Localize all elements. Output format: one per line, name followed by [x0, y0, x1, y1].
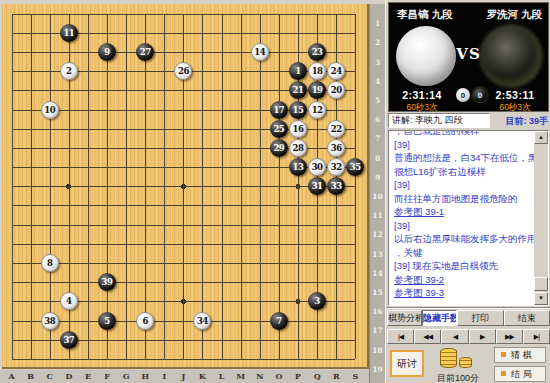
intersection-B4[interactable]	[21, 62, 40, 81]
intersection-F16[interactable]	[97, 292, 116, 311]
intersection-S18[interactable]	[346, 330, 365, 349]
intersection-K15[interactable]	[193, 273, 212, 292]
intersection-H3[interactable]: 27	[136, 42, 155, 61]
intersection-Q1[interactable]	[308, 4, 327, 23]
intersection-L10[interactable]	[212, 177, 231, 196]
intersection-A12[interactable]	[2, 215, 21, 234]
intersection-Q15[interactable]	[308, 273, 327, 292]
intersection-N11[interactable]	[250, 196, 269, 215]
scrollbar-thumb[interactable]	[534, 277, 548, 291]
intersection-O7[interactable]: 25	[269, 119, 288, 138]
intersection-L9[interactable]	[212, 158, 231, 177]
intersection-O14[interactable]	[269, 253, 288, 272]
intersection-L8[interactable]	[212, 138, 231, 157]
intersection-Q16[interactable]: 3	[308, 292, 327, 311]
intersection-P15[interactable]	[288, 273, 307, 292]
intersection-G4[interactable]	[117, 62, 136, 81]
intersection-N6[interactable]	[250, 100, 269, 119]
intersection-M14[interactable]	[231, 253, 250, 272]
intersection-E3[interactable]	[78, 42, 97, 61]
intersection-C11[interactable]	[40, 196, 59, 215]
intersection-E1[interactable]	[78, 4, 97, 23]
nav-fast-back-button[interactable]: ◀◀	[414, 329, 441, 344]
intersection-D13[interactable]	[59, 234, 78, 253]
intersection-M11[interactable]	[231, 196, 250, 215]
intersection-B8[interactable]	[21, 138, 40, 157]
intersection-O19[interactable]	[269, 349, 288, 368]
intersection-L6[interactable]	[212, 100, 231, 119]
intersection-O6[interactable]: 17	[269, 100, 288, 119]
intersection-L15[interactable]	[212, 273, 231, 292]
intersection-P14[interactable]	[288, 253, 307, 272]
intersection-Q13[interactable]	[308, 234, 327, 253]
intersection-D16[interactable]: 4	[59, 292, 78, 311]
intersection-N18[interactable]	[250, 330, 269, 349]
intersection-S17[interactable]	[346, 311, 365, 330]
intersection-H7[interactable]	[136, 119, 155, 138]
intersection-N14[interactable]	[250, 253, 269, 272]
intersection-K12[interactable]	[193, 215, 212, 234]
intersection-E9[interactable]	[78, 158, 97, 177]
intersection-F1[interactable]	[97, 4, 116, 23]
intersection-J14[interactable]	[174, 253, 193, 272]
intersection-I6[interactable]	[155, 100, 174, 119]
intersection-K7[interactable]	[193, 119, 212, 138]
intersection-N15[interactable]	[250, 273, 269, 292]
intersection-I5[interactable]	[155, 81, 174, 100]
intersection-L11[interactable]	[212, 196, 231, 215]
intersection-B19[interactable]	[21, 349, 40, 368]
intersection-P17[interactable]	[288, 311, 307, 330]
intersection-C2[interactable]	[40, 23, 59, 42]
intersection-F3[interactable]: 9	[97, 42, 116, 61]
intersection-C5[interactable]	[40, 81, 59, 100]
intersection-L13[interactable]	[212, 234, 231, 253]
intersection-I13[interactable]	[155, 234, 174, 253]
intersection-C12[interactable]	[40, 215, 59, 234]
nav-first-button[interactable]: |◀	[387, 329, 414, 344]
intersection-R6[interactable]	[327, 100, 346, 119]
intersection-O10[interactable]	[269, 177, 288, 196]
intersection-G16[interactable]	[117, 292, 136, 311]
intersection-M9[interactable]	[231, 158, 250, 177]
intersection-B9[interactable]	[21, 158, 40, 177]
intersection-L4[interactable]	[212, 62, 231, 81]
intersection-P11[interactable]	[288, 196, 307, 215]
intersection-K9[interactable]	[193, 158, 212, 177]
intersection-M3[interactable]	[231, 42, 250, 61]
intersection-F10[interactable]	[97, 177, 116, 196]
intersection-Q18[interactable]	[308, 330, 327, 349]
intersection-D2[interactable]: 11	[59, 23, 78, 42]
intersection-K3[interactable]	[193, 42, 212, 61]
intersection-H15[interactable]	[136, 273, 155, 292]
intersection-S8[interactable]	[346, 138, 365, 157]
scroll-down-button[interactable]: ▼	[534, 292, 548, 305]
intersection-F15[interactable]: 39	[97, 273, 116, 292]
intersection-R12[interactable]	[327, 215, 346, 234]
intersection-C16[interactable]	[40, 292, 59, 311]
intersection-S6[interactable]	[346, 100, 365, 119]
intersection-P16[interactable]	[288, 292, 307, 311]
intersection-B10[interactable]	[21, 177, 40, 196]
nav-back-button[interactable]: ◀	[441, 329, 468, 344]
intersection-C10[interactable]	[40, 177, 59, 196]
intersection-F14[interactable]	[97, 253, 116, 272]
intersection-K14[interactable]	[193, 253, 212, 272]
intersection-E10[interactable]	[78, 177, 97, 196]
intersection-M1[interactable]	[231, 4, 250, 23]
go-board[interactable]: 1192714232261182421192010171512251622292…	[2, 4, 365, 369]
intersection-I17[interactable]	[155, 311, 174, 330]
intersection-Q2[interactable]	[308, 23, 327, 42]
intersection-G8[interactable]	[117, 138, 136, 157]
intersection-Q12[interactable]	[308, 215, 327, 234]
intersection-M4[interactable]	[231, 62, 250, 81]
intersection-C17[interactable]: 38	[40, 311, 59, 330]
intersection-A17[interactable]	[2, 311, 21, 330]
intersection-S15[interactable]	[346, 273, 365, 292]
intersection-H16[interactable]	[136, 292, 155, 311]
intersection-E11[interactable]	[78, 196, 97, 215]
intersection-O3[interactable]	[269, 42, 288, 61]
intersection-M2[interactable]	[231, 23, 250, 42]
intersection-C9[interactable]	[40, 158, 59, 177]
intersection-A18[interactable]	[2, 330, 21, 349]
intersection-M19[interactable]	[231, 349, 250, 368]
intersection-E15[interactable]	[78, 273, 97, 292]
intersection-E14[interactable]	[78, 253, 97, 272]
intersection-L3[interactable]	[212, 42, 231, 61]
intersection-Q14[interactable]	[308, 253, 327, 272]
intersection-Q19[interactable]	[308, 349, 327, 368]
intersection-O18[interactable]	[269, 330, 288, 349]
intersection-J3[interactable]	[174, 42, 193, 61]
intersection-C6[interactable]: 10	[40, 100, 59, 119]
intersection-C4[interactable]	[40, 62, 59, 81]
intersection-K11[interactable]	[193, 196, 212, 215]
intersection-G19[interactable]	[117, 349, 136, 368]
intersection-I15[interactable]	[155, 273, 174, 292]
intersection-F2[interactable]	[97, 23, 116, 42]
intersection-K6[interactable]	[193, 100, 212, 119]
intersection-L5[interactable]	[212, 81, 231, 100]
intersection-I14[interactable]	[155, 253, 174, 272]
intersection-B11[interactable]	[21, 196, 40, 215]
intersection-S19[interactable]	[346, 349, 365, 368]
intersection-J15[interactable]	[174, 273, 193, 292]
intersection-J2[interactable]	[174, 23, 193, 42]
intersection-F19[interactable]	[97, 349, 116, 368]
intersection-J11[interactable]	[174, 196, 193, 215]
intersection-G15[interactable]	[117, 273, 136, 292]
intersection-M7[interactable]	[231, 119, 250, 138]
intersection-B16[interactable]	[21, 292, 40, 311]
intersection-N4[interactable]	[250, 62, 269, 81]
intersection-E4[interactable]	[78, 62, 97, 81]
intersection-M16[interactable]	[231, 292, 250, 311]
intersection-Q6[interactable]: 12	[308, 100, 327, 119]
intersection-G11[interactable]	[117, 196, 136, 215]
intersection-R1[interactable]	[327, 4, 346, 23]
intersection-P12[interactable]	[288, 215, 307, 234]
analysis-button[interactable]: 棋势分析	[387, 310, 422, 326]
intersection-R10[interactable]: 33	[327, 177, 346, 196]
intersection-S2[interactable]	[346, 23, 365, 42]
intersection-B1[interactable]	[21, 4, 40, 23]
intersection-A5[interactable]	[2, 81, 21, 100]
intersection-F8[interactable]	[97, 138, 116, 157]
intersection-M13[interactable]	[231, 234, 250, 253]
intersection-E8[interactable]	[78, 138, 97, 157]
intersection-E6[interactable]	[78, 100, 97, 119]
intersection-C14[interactable]: 8	[40, 253, 59, 272]
print-button[interactable]: 打印	[457, 310, 503, 326]
intersection-C3[interactable]	[40, 42, 59, 61]
intersection-S9[interactable]: 35	[346, 158, 365, 177]
intersection-H2[interactable]	[136, 23, 155, 42]
intersection-D17[interactable]	[59, 311, 78, 330]
intersection-S10[interactable]	[346, 177, 365, 196]
intersection-O5[interactable]	[269, 81, 288, 100]
intersection-L7[interactable]	[212, 119, 231, 138]
intersection-G6[interactable]	[117, 100, 136, 119]
intersection-F4[interactable]	[97, 62, 116, 81]
intersection-O12[interactable]	[269, 215, 288, 234]
end-button[interactable]: 结束	[504, 310, 550, 326]
intersection-Q9[interactable]: 30	[308, 158, 327, 177]
end-result-button[interactable]: 结 局	[494, 366, 546, 382]
intersection-H8[interactable]	[136, 138, 155, 157]
intersection-A13[interactable]	[2, 234, 21, 253]
intersection-J5[interactable]	[174, 81, 193, 100]
intersection-M8[interactable]	[231, 138, 250, 157]
intersection-R4[interactable]: 24	[327, 62, 346, 81]
intersection-A3[interactable]	[2, 42, 21, 61]
intersection-M17[interactable]	[231, 311, 250, 330]
intersection-B2[interactable]	[21, 23, 40, 42]
intersection-I16[interactable]	[155, 292, 174, 311]
intersection-F5[interactable]	[97, 81, 116, 100]
intersection-B18[interactable]	[21, 330, 40, 349]
intersection-R17[interactable]	[327, 311, 346, 330]
intersection-Q3[interactable]: 23	[308, 42, 327, 61]
intersection-J12[interactable]	[174, 215, 193, 234]
intersection-S16[interactable]	[346, 292, 365, 311]
intersection-J4[interactable]: 26	[174, 62, 193, 81]
intersection-G17[interactable]	[117, 311, 136, 330]
intersection-R2[interactable]	[327, 23, 346, 42]
intersection-I3[interactable]	[155, 42, 174, 61]
intersection-J19[interactable]	[174, 349, 193, 368]
intersection-I2[interactable]	[155, 23, 174, 42]
intersection-D9[interactable]	[59, 158, 78, 177]
reference-diagram-link[interactable]: 参考图 39-2	[394, 273, 532, 287]
intersection-F6[interactable]	[97, 100, 116, 119]
intersection-A8[interactable]	[2, 138, 21, 157]
intersection-C1[interactable]	[40, 4, 59, 23]
intersection-I1[interactable]	[155, 4, 174, 23]
intersection-K10[interactable]	[193, 177, 212, 196]
intersection-Q17[interactable]	[308, 311, 327, 330]
intersection-C8[interactable]	[40, 138, 59, 157]
intersection-S3[interactable]	[346, 42, 365, 61]
intersection-O1[interactable]	[269, 4, 288, 23]
intersection-A19[interactable]	[2, 349, 21, 368]
intersection-E12[interactable]	[78, 215, 97, 234]
intersection-A11[interactable]	[2, 196, 21, 215]
intersection-R18[interactable]	[327, 330, 346, 349]
intersection-R11[interactable]	[327, 196, 346, 215]
intersection-R9[interactable]: 32	[327, 158, 346, 177]
intersection-H11[interactable]	[136, 196, 155, 215]
intersection-S14[interactable]	[346, 253, 365, 272]
intersection-K19[interactable]	[193, 349, 212, 368]
intersection-O4[interactable]	[269, 62, 288, 81]
intersection-L18[interactable]	[212, 330, 231, 349]
intersection-E13[interactable]	[78, 234, 97, 253]
intersection-L14[interactable]	[212, 253, 231, 272]
intersection-O9[interactable]	[269, 158, 288, 177]
intersection-P13[interactable]	[288, 234, 307, 253]
intersection-O2[interactable]	[269, 23, 288, 42]
intersection-I11[interactable]	[155, 196, 174, 215]
intersection-H17[interactable]: 6	[136, 311, 155, 330]
intersection-G18[interactable]	[117, 330, 136, 349]
intersection-I12[interactable]	[155, 215, 174, 234]
intersection-F13[interactable]	[97, 234, 116, 253]
intersection-D11[interactable]	[59, 196, 78, 215]
intersection-C7[interactable]	[40, 119, 59, 138]
intersection-B3[interactable]	[21, 42, 40, 61]
intersection-P1[interactable]	[288, 4, 307, 23]
intersection-K17[interactable]: 34	[193, 311, 212, 330]
intersection-J1[interactable]	[174, 4, 193, 23]
intersection-O11[interactable]	[269, 196, 288, 215]
nav-fast-forward-button[interactable]: ▶▶	[496, 329, 523, 344]
intersection-H10[interactable]	[136, 177, 155, 196]
intersection-H1[interactable]	[136, 4, 155, 23]
intersection-D18[interactable]: 37	[59, 330, 78, 349]
intersection-H18[interactable]	[136, 330, 155, 349]
intersection-N3[interactable]: 14	[250, 42, 269, 61]
intersection-D5[interactable]	[59, 81, 78, 100]
review-button[interactable]: 研讨	[390, 350, 424, 377]
intersection-R14[interactable]	[327, 253, 346, 272]
intersection-H9[interactable]	[136, 158, 155, 177]
intersection-D10[interactable]	[59, 177, 78, 196]
nav-last-button[interactable]: ▶|	[523, 329, 550, 344]
intersection-S11[interactable]	[346, 196, 365, 215]
intersection-N5[interactable]	[250, 81, 269, 100]
intersection-Q7[interactable]	[308, 119, 327, 138]
intersection-I18[interactable]	[155, 330, 174, 349]
intersection-N8[interactable]	[250, 138, 269, 157]
intersection-H6[interactable]	[136, 100, 155, 119]
intersection-P8[interactable]: 28	[288, 138, 307, 157]
intersection-O17[interactable]: 7	[269, 311, 288, 330]
intersection-R16[interactable]	[327, 292, 346, 311]
intersection-G3[interactable]	[117, 42, 136, 61]
commentary-scrollbar[interactable]: ▲ ▼	[534, 131, 548, 305]
intersection-R8[interactable]: 36	[327, 138, 346, 157]
intersection-H14[interactable]	[136, 253, 155, 272]
intersection-K13[interactable]	[193, 234, 212, 253]
intersection-N16[interactable]	[250, 292, 269, 311]
intersection-J16[interactable]	[174, 292, 193, 311]
intersection-C13[interactable]	[40, 234, 59, 253]
intersection-P18[interactable]	[288, 330, 307, 349]
intersection-G7[interactable]	[117, 119, 136, 138]
intersection-M12[interactable]	[231, 215, 250, 234]
intersection-L12[interactable]	[212, 215, 231, 234]
intersection-B17[interactable]	[21, 311, 40, 330]
intersection-M10[interactable]	[231, 177, 250, 196]
reference-diagram-link[interactable]: 参考图 39-3	[394, 286, 532, 300]
intersection-I7[interactable]	[155, 119, 174, 138]
hide-moves-button[interactable]: 隐藏手数	[422, 310, 457, 326]
intersection-K4[interactable]	[193, 62, 212, 81]
intersection-B7[interactable]	[21, 119, 40, 138]
intersection-P3[interactable]	[288, 42, 307, 61]
intersection-N9[interactable]	[250, 158, 269, 177]
intersection-G13[interactable]	[117, 234, 136, 253]
intersection-R5[interactable]: 20	[327, 81, 346, 100]
intersection-O16[interactable]	[269, 292, 288, 311]
intersection-R13[interactable]	[327, 234, 346, 253]
intersection-L16[interactable]	[212, 292, 231, 311]
intersection-B5[interactable]	[21, 81, 40, 100]
intersection-E17[interactable]	[78, 311, 97, 330]
reference-diagram-link[interactable]: 参考图 39-1	[394, 205, 532, 219]
intersection-A10[interactable]	[2, 177, 21, 196]
intersection-F12[interactable]	[97, 215, 116, 234]
intersection-F7[interactable]	[97, 119, 116, 138]
intersection-A4[interactable]	[2, 62, 21, 81]
intersection-F9[interactable]	[97, 158, 116, 177]
intersection-D1[interactable]	[59, 4, 78, 23]
intersection-G10[interactable]	[117, 177, 136, 196]
intersection-F17[interactable]: 5	[97, 311, 116, 330]
intersection-B6[interactable]	[21, 100, 40, 119]
intersection-H19[interactable]	[136, 349, 155, 368]
intersection-N10[interactable]	[250, 177, 269, 196]
intersection-G1[interactable]	[117, 4, 136, 23]
intersection-N13[interactable]	[250, 234, 269, 253]
intersection-R3[interactable]	[327, 42, 346, 61]
intersection-R19[interactable]	[327, 349, 346, 368]
intersection-C15[interactable]	[40, 273, 59, 292]
intersection-F18[interactable]	[97, 330, 116, 349]
intersection-K8[interactable]	[193, 138, 212, 157]
intersection-D4[interactable]: 2	[59, 62, 78, 81]
intersection-G9[interactable]	[117, 158, 136, 177]
intersection-M5[interactable]	[231, 81, 250, 100]
intersection-O13[interactable]	[269, 234, 288, 253]
intersection-L19[interactable]	[212, 349, 231, 368]
intersection-I8[interactable]	[155, 138, 174, 157]
intersection-J17[interactable]	[174, 311, 193, 330]
intersection-G14[interactable]	[117, 253, 136, 272]
intersection-G5[interactable]	[117, 81, 136, 100]
intersection-M6[interactable]	[231, 100, 250, 119]
intersection-J6[interactable]	[174, 100, 193, 119]
intersection-N1[interactable]	[250, 4, 269, 23]
intersection-R15[interactable]	[327, 273, 346, 292]
intersection-I10[interactable]	[155, 177, 174, 196]
intersection-H4[interactable]	[136, 62, 155, 81]
intersection-N12[interactable]	[250, 215, 269, 234]
